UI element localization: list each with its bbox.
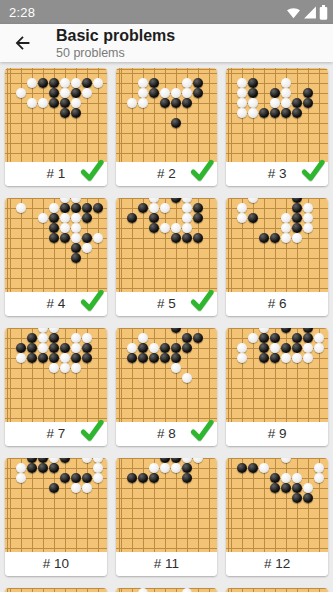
problem-card-partial[interactable] [226,588,328,592]
wifi-icon [286,6,301,19]
white-stone [71,213,81,223]
white-stone [314,333,324,343]
go-board [5,588,107,592]
white-stone [292,233,302,243]
black-stone [82,343,92,353]
white-stone [237,203,247,213]
white-stone [16,353,26,363]
black-stone [38,78,48,88]
black-stone [171,353,181,363]
white-stone [182,373,192,383]
black-stone [182,343,192,353]
problem-card[interactable]: # 8 [116,328,218,446]
black-stone [292,343,302,353]
black-stone [303,333,313,343]
problem-label: # 12 [226,552,328,576]
black-stone [93,203,103,213]
black-stone [259,108,269,118]
black-stone [270,483,280,493]
white-stone [281,353,291,363]
white-stone [281,88,291,98]
white-stone [127,343,137,353]
white-stone [182,223,192,233]
solved-check-icon [188,287,215,314]
black-stone [182,233,192,243]
white-stone [149,203,159,213]
black-stone [27,343,37,353]
white-stone [182,88,192,98]
arrow-left-icon [12,32,34,54]
battery-icon [319,5,328,20]
white-stone [281,458,291,463]
white-stone [270,343,280,353]
black-stone [182,98,192,108]
black-stone [71,473,81,483]
white-stone [182,588,192,592]
black-stone [270,353,280,363]
black-stone [292,483,302,493]
white-stone [38,333,48,343]
black-stone [270,473,280,483]
black-stone [149,223,159,233]
problem-card[interactable]: # 11 [116,458,218,576]
black-stone [127,473,137,483]
white-stone [38,213,48,223]
black-stone [292,213,302,223]
white-stone [281,78,291,88]
black-stone [149,78,159,88]
go-board [5,198,107,292]
go-board [116,458,218,552]
black-stone [38,463,48,473]
black-stone [82,213,92,223]
white-stone [270,98,280,108]
white-stone [292,473,302,483]
white-stone [16,203,26,213]
white-stone [16,473,26,483]
white-stone [160,203,170,213]
white-stone [281,473,291,483]
black-stone [60,233,70,243]
white-stone [71,78,81,88]
white-stone [171,463,181,473]
solved-check-icon [78,417,105,444]
black-stone [182,463,192,473]
black-stone [149,88,159,98]
white-stone [281,213,291,223]
black-stone [160,98,170,108]
white-stone [82,483,92,493]
problem-card[interactable]: # 2 [116,68,218,186]
white-stone [60,88,70,98]
black-stone [248,78,258,88]
black-stone [303,493,313,503]
black-stone [281,328,291,333]
white-stone [303,343,313,353]
black-stone [303,98,313,108]
black-stone [149,353,159,363]
white-stone [71,233,81,243]
black-stone [292,98,302,108]
black-stone [171,118,181,128]
black-stone [160,353,170,363]
go-board [226,328,328,422]
problem-card[interactable]: # 6 [226,198,328,316]
black-stone [292,333,302,343]
problem-card[interactable]: # 7 [5,328,107,446]
go-board [5,458,107,552]
black-stone [303,88,313,98]
white-stone [71,223,81,233]
white-stone [237,78,247,88]
black-stone [193,333,203,343]
black-stone [248,213,258,223]
black-stone [193,203,203,213]
white-stone [314,473,324,483]
white-stone [259,328,269,333]
black-stone [60,343,70,353]
black-stone [49,483,59,493]
black-stone [182,473,192,483]
white-stone [138,88,148,98]
black-stone [149,473,159,483]
signal-icon [303,6,317,19]
black-stone [71,243,81,253]
white-stone [49,458,59,463]
white-stone [71,343,81,353]
white-stone [160,223,170,233]
white-stone [60,223,70,233]
black-stone [27,353,37,363]
go-board [116,198,218,292]
white-stone [281,223,291,233]
white-stone [38,343,48,353]
problem-card[interactable]: # 1 [5,68,107,186]
white-stone [303,223,313,233]
problems-scroll-area[interactable]: # 1# 2# 3# 4# 5# 6# 7# 8# 9# 10# 11# 12 [0,62,333,592]
black-stone [82,353,92,363]
white-stone [38,98,48,108]
black-stone [292,493,302,503]
go-board [5,328,107,422]
white-stone [71,98,81,108]
white-stone [281,233,291,243]
black-stone [27,333,37,343]
app-bar: Basic problems 50 problems [0,24,333,62]
black-stone [149,213,159,223]
black-stone [171,233,181,243]
black-stone [138,343,148,353]
white-stone [60,363,70,373]
black-stone [49,343,59,353]
white-stone [27,98,37,108]
white-stone [259,463,269,473]
black-stone [237,463,247,473]
black-stone [281,343,291,353]
status-icons [286,5,328,20]
black-stone [49,233,59,243]
black-stone [248,463,258,473]
black-stone [171,198,181,203]
problem-card[interactable]: # 12 [226,458,328,576]
black-stone [292,203,302,213]
black-stone [60,203,70,213]
white-stone [27,78,37,88]
white-stone [82,458,92,463]
black-stone [71,88,81,98]
white-stone [182,78,192,88]
white-stone [138,78,148,88]
white-stone [303,483,313,493]
black-stone [259,343,269,353]
black-stone [171,98,181,108]
black-stone [49,353,59,363]
white-stone [71,483,81,493]
white-stone [71,198,81,203]
black-stone [270,333,280,343]
white-stone [93,233,103,243]
white-stone [248,198,258,203]
go-board [5,68,107,162]
go-board [116,68,218,162]
white-stone [138,333,148,343]
black-stone [49,223,59,233]
white-stone [248,108,258,118]
white-stone [182,203,192,213]
black-stone [127,213,137,223]
white-stone [71,363,81,373]
black-stone [281,483,291,493]
black-stone [60,473,70,483]
black-stone [82,233,92,243]
black-stone [138,203,148,213]
black-stone [71,108,81,118]
status-bar: 2:28 [0,0,333,24]
black-stone [138,473,148,483]
white-stone [292,353,302,363]
white-stone [193,458,203,463]
white-stone [237,353,247,363]
white-stone [171,88,181,98]
white-stone [16,88,26,98]
white-stone [281,98,291,108]
white-stone [93,463,103,473]
black-stone [171,328,181,333]
white-stone [138,588,148,592]
white-stone [314,463,324,473]
black-stone [49,98,59,108]
white-stone [49,363,59,373]
black-stone [38,353,48,363]
white-stone [138,98,148,108]
problem-label: # 6 [226,292,328,316]
back-button[interactable] [11,32,35,56]
white-stone [248,333,258,343]
black-stone [259,333,269,343]
black-stone [71,353,81,363]
black-stone [27,463,37,473]
problem-card-partial[interactable] [116,588,218,592]
black-stone [60,108,70,118]
black-stone [171,343,181,353]
black-stone [248,88,258,98]
white-stone [49,328,59,333]
black-stone [270,88,280,98]
black-stone [292,223,302,233]
black-stone [82,203,92,213]
white-stone [171,363,181,373]
black-stone [193,78,203,88]
page-subtitle: 50 problems [56,46,125,60]
white-stone [60,353,70,363]
black-stone [182,333,192,343]
app-screen: 2:28 Basic problems 50 problems # 1# 2# … [0,0,333,592]
white-stone [237,108,247,118]
problem-label: # 11 [116,552,218,576]
go-board [226,198,328,292]
black-stone [292,108,302,118]
white-stone [49,203,59,213]
black-stone [82,78,92,88]
black-stone [281,108,291,118]
solved-check-icon [78,287,105,314]
white-stone [149,463,159,473]
black-stone [138,353,148,363]
clock: 2:28 [9,5,35,20]
solved-check-icon [299,157,326,184]
solved-check-icon [188,417,215,444]
problem-card[interactable]: # 4 [5,198,107,316]
white-stone [82,333,92,343]
white-stone [127,98,137,108]
black-stone [270,233,280,243]
white-stone [248,98,258,108]
go-board [116,328,218,422]
page-title: Basic problems [56,27,175,45]
black-stone [193,88,203,98]
white-stone [237,213,247,223]
black-stone [49,333,59,343]
white-stone [237,88,247,98]
black-stone [16,343,26,353]
problem-card[interactable]: # 9 [226,328,328,446]
go-board [116,588,218,592]
black-stone [193,213,203,223]
black-stone [71,203,81,213]
white-stone [303,213,313,223]
black-stone [49,78,59,88]
black-stone [259,353,269,363]
white-stone [303,353,313,363]
white-stone [314,343,324,353]
white-stone [60,78,70,88]
white-stone [93,473,103,483]
white-stone [303,203,313,213]
problem-card[interactable]: # 3 [226,68,328,186]
white-stone [182,458,192,463]
white-stone [82,243,92,253]
go-board [226,68,328,162]
white-stone [71,333,81,343]
white-stone [237,343,247,353]
go-board [226,588,328,592]
black-stone [82,473,92,483]
black-stone [49,213,59,223]
problem-card[interactable]: # 5 [116,198,218,316]
white-stone [60,213,70,223]
go-board [226,458,328,552]
black-stone [259,233,269,243]
black-stone [160,343,170,353]
solved-check-icon [188,157,215,184]
white-stone [149,343,159,353]
problem-label: # 9 [226,422,328,446]
white-stone [60,198,70,203]
white-stone [171,223,181,233]
white-stone [93,78,103,88]
white-stone [237,98,247,108]
black-stone [49,88,59,98]
black-stone [127,353,137,363]
black-stone [71,253,81,263]
black-stone [193,233,203,243]
white-stone [160,88,170,98]
problems-grid: # 1# 2# 3# 4# 5# 6# 7# 8# 9# 10# 11# 12 [0,62,333,592]
black-stone [49,463,59,473]
problem-label: # 10 [5,552,107,576]
white-stone [182,213,192,223]
white-stone [16,463,26,473]
white-stone [82,88,92,98]
black-stone [270,108,280,118]
problem-card[interactable]: # 10 [5,458,107,576]
black-stone [60,458,70,463]
white-stone [160,463,170,473]
problem-card-partial[interactable] [5,588,107,592]
solved-check-icon [78,157,105,184]
black-stone [60,98,70,108]
